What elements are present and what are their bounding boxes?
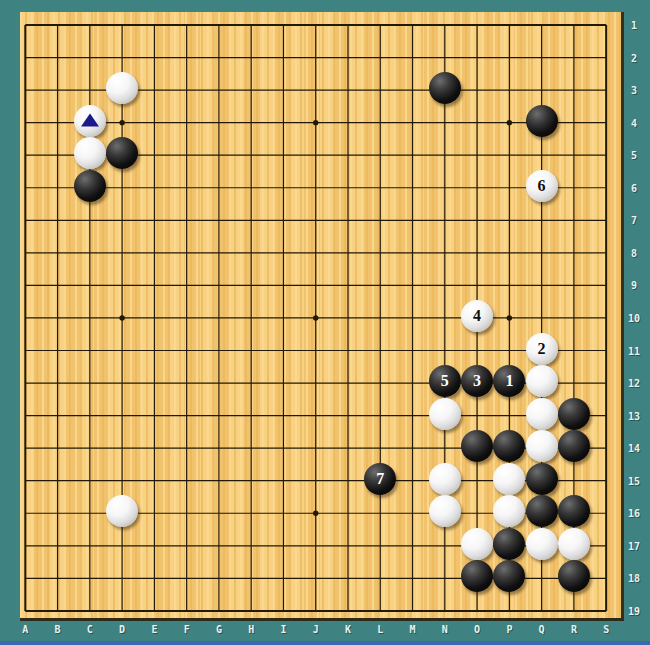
col-label-I: I xyxy=(276,624,292,635)
row-label-3: 3 xyxy=(625,85,643,96)
stone-white-C5[interactable] xyxy=(74,137,106,169)
move-number-label: 7 xyxy=(364,463,396,495)
col-label-O: O xyxy=(469,624,485,635)
stone-white-O10[interactable]: 4 xyxy=(461,300,493,332)
star-point xyxy=(119,315,124,320)
move-number-label: 2 xyxy=(526,333,558,365)
star-point xyxy=(313,511,318,516)
move-number-label: 4 xyxy=(461,300,493,332)
row-label-5: 5 xyxy=(625,150,643,161)
row-label-15: 15 xyxy=(625,476,643,487)
stone-white-O17[interactable] xyxy=(461,528,493,560)
row-label-11: 11 xyxy=(625,346,643,357)
col-label-J: J xyxy=(308,624,324,635)
stone-white-Q11[interactable]: 2 xyxy=(526,333,558,365)
col-label-S: S xyxy=(598,624,614,635)
col-label-B: B xyxy=(50,624,66,635)
col-label-M: M xyxy=(405,624,421,635)
move-number-label: 6 xyxy=(526,170,558,202)
stone-black-N12[interactable]: 5 xyxy=(429,365,461,397)
star-point xyxy=(507,120,512,125)
col-label-D: D xyxy=(114,624,130,635)
col-label-L: L xyxy=(372,624,388,635)
stone-white-N16[interactable] xyxy=(429,495,461,527)
col-label-R: R xyxy=(566,624,582,635)
stone-black-O14[interactable] xyxy=(461,430,493,462)
stone-white-D3[interactable] xyxy=(106,72,138,104)
board-grid-lines xyxy=(20,12,621,618)
stone-white-R17[interactable] xyxy=(558,528,590,560)
stone-black-R13[interactable] xyxy=(558,398,590,430)
stone-black-Q16[interactable] xyxy=(526,495,558,527)
row-label-8: 8 xyxy=(625,248,643,259)
stone-black-N3[interactable] xyxy=(429,72,461,104)
col-label-E: E xyxy=(146,624,162,635)
stone-black-O12[interactable]: 3 xyxy=(461,365,493,397)
stone-black-L15[interactable]: 7 xyxy=(364,463,396,495)
go-board[interactable]: 6425317 xyxy=(20,12,624,621)
move-number-label: 1 xyxy=(493,365,525,397)
move-number-label: 5 xyxy=(429,365,461,397)
stone-black-Q4[interactable] xyxy=(526,105,558,137)
row-label-9: 9 xyxy=(625,280,643,291)
row-label-6: 6 xyxy=(625,183,643,194)
col-label-C: C xyxy=(82,624,98,635)
col-label-H: H xyxy=(243,624,259,635)
col-label-G: G xyxy=(211,624,227,635)
move-number-label: 3 xyxy=(461,365,493,397)
row-label-17: 17 xyxy=(625,541,643,552)
window-bottom-border xyxy=(0,641,650,645)
stone-white-Q13[interactable] xyxy=(526,398,558,430)
stone-white-Q14[interactable] xyxy=(526,430,558,462)
star-point xyxy=(119,120,124,125)
row-label-2: 2 xyxy=(625,53,643,64)
stone-black-P12[interactable]: 1 xyxy=(493,365,525,397)
stone-white-Q17[interactable] xyxy=(526,528,558,560)
row-label-19: 19 xyxy=(625,606,643,617)
stone-black-R16[interactable] xyxy=(558,495,590,527)
col-label-N: N xyxy=(437,624,453,635)
row-label-7: 7 xyxy=(625,215,643,226)
star-point xyxy=(507,315,512,320)
stone-white-C4[interactable] xyxy=(74,105,106,137)
triangle-marker-icon xyxy=(81,113,99,126)
col-label-F: F xyxy=(179,624,195,635)
col-label-P: P xyxy=(501,624,517,635)
row-label-16: 16 xyxy=(625,508,643,519)
stone-white-Q6[interactable]: 6 xyxy=(526,170,558,202)
star-point xyxy=(313,120,318,125)
row-label-4: 4 xyxy=(625,118,643,129)
stone-black-Q15[interactable] xyxy=(526,463,558,495)
stone-white-P15[interactable] xyxy=(493,463,525,495)
row-label-18: 18 xyxy=(625,573,643,584)
col-label-Q: Q xyxy=(534,624,550,635)
stone-black-C6[interactable] xyxy=(74,170,106,202)
row-label-10: 10 xyxy=(625,313,643,324)
row-label-14: 14 xyxy=(625,443,643,454)
goban-window: 6425317 ABCDEFGHIJKLMNOPQRS1234567891011… xyxy=(0,0,650,645)
stone-white-Q12[interactable] xyxy=(526,365,558,397)
star-point xyxy=(313,315,318,320)
row-label-12: 12 xyxy=(625,378,643,389)
col-label-K: K xyxy=(340,624,356,635)
col-label-A: A xyxy=(17,624,33,635)
row-label-13: 13 xyxy=(625,411,643,422)
row-label-1: 1 xyxy=(625,20,643,31)
stone-black-R18[interactable] xyxy=(558,560,590,592)
stone-white-N15[interactable] xyxy=(429,463,461,495)
stone-black-R14[interactable] xyxy=(558,430,590,462)
stone-white-N13[interactable] xyxy=(429,398,461,430)
stone-black-P17[interactable] xyxy=(493,528,525,560)
